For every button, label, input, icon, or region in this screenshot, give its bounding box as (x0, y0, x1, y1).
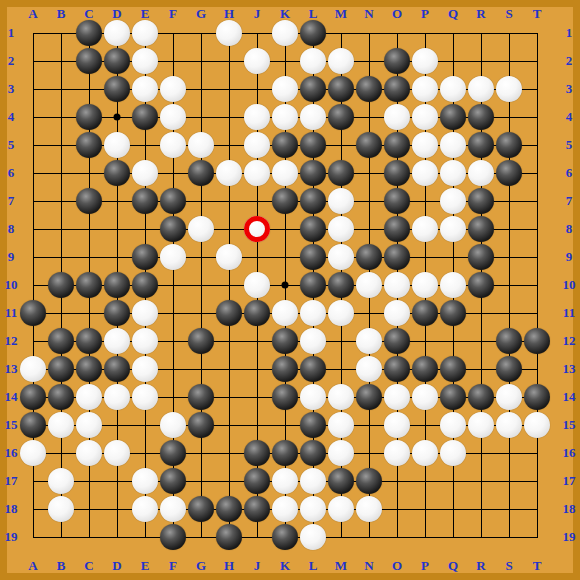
white-stone[interactable] (244, 272, 270, 298)
white-stone[interactable] (412, 272, 438, 298)
column-label-bottom: B (57, 559, 66, 573)
black-stone[interactable] (272, 132, 298, 158)
white-stone[interactable] (160, 496, 186, 522)
column-label-top: S (505, 7, 512, 21)
row-label-right: 19 (563, 530, 576, 544)
black-stone[interactable] (384, 244, 410, 270)
column-label-top: J (254, 7, 261, 21)
row-label-right: 14 (563, 390, 576, 404)
white-stone[interactable] (468, 76, 494, 102)
white-stone[interactable] (300, 104, 326, 130)
black-stone[interactable] (384, 216, 410, 242)
white-stone[interactable] (132, 384, 158, 410)
black-stone[interactable] (48, 328, 74, 354)
black-stone[interactable] (272, 328, 298, 354)
column-label-top: F (169, 7, 177, 21)
row-label-left: 1 (8, 26, 15, 40)
black-stone[interactable] (76, 188, 102, 214)
black-stone[interactable] (76, 356, 102, 382)
row-label-left: 5 (8, 138, 15, 152)
column-label-top: A (28, 7, 37, 21)
row-label-right: 3 (566, 82, 573, 96)
white-stone[interactable] (440, 216, 466, 242)
column-label-bottom: E (141, 559, 150, 573)
column-label-bottom: O (392, 559, 402, 573)
white-stone[interactable] (188, 216, 214, 242)
white-stone[interactable] (188, 132, 214, 158)
row-label-left: 14 (5, 390, 18, 404)
white-stone[interactable] (440, 412, 466, 438)
white-stone[interactable] (300, 384, 326, 410)
white-stone[interactable] (300, 468, 326, 494)
black-stone[interactable] (188, 384, 214, 410)
black-stone[interactable] (132, 104, 158, 130)
white-stone[interactable] (524, 412, 550, 438)
black-stone[interactable] (496, 160, 522, 186)
black-stone[interactable] (468, 216, 494, 242)
black-stone[interactable] (356, 76, 382, 102)
black-stone[interactable] (104, 76, 130, 102)
white-stone[interactable] (356, 496, 382, 522)
white-stone[interactable] (384, 384, 410, 410)
white-stone[interactable] (412, 76, 438, 102)
white-stone[interactable] (48, 496, 74, 522)
white-stone[interactable] (160, 244, 186, 270)
column-label-bottom: Q (448, 559, 458, 573)
black-stone[interactable] (440, 384, 466, 410)
go-board[interactable]: AABBCCDDEEFFGGHHJJKKLLMMNNOOPPQQRRSSTT11… (0, 0, 580, 580)
column-label-bottom: P (421, 559, 429, 573)
black-stone[interactable] (328, 76, 354, 102)
white-stone[interactable] (496, 76, 522, 102)
black-stone[interactable] (440, 104, 466, 130)
black-stone[interactable] (524, 384, 550, 410)
black-stone[interactable] (328, 272, 354, 298)
column-label-top: E (141, 7, 150, 21)
white-stone[interactable] (356, 272, 382, 298)
black-stone[interactable] (244, 300, 270, 326)
white-stone[interactable] (272, 300, 298, 326)
white-stone[interactable] (272, 496, 298, 522)
white-stone[interactable] (440, 272, 466, 298)
black-stone[interactable] (216, 524, 242, 550)
white-stone[interactable] (132, 328, 158, 354)
column-label-top: T (533, 7, 542, 21)
row-label-right: 16 (563, 446, 576, 460)
black-stone[interactable] (468, 272, 494, 298)
black-stone[interactable] (20, 300, 46, 326)
white-stone[interactable] (328, 216, 354, 242)
white-stone[interactable] (132, 356, 158, 382)
white-stone[interactable] (272, 20, 298, 46)
white-stone[interactable] (76, 384, 102, 410)
column-label-bottom: A (28, 559, 37, 573)
white-stone[interactable] (328, 440, 354, 466)
black-stone[interactable] (356, 384, 382, 410)
white-stone[interactable] (328, 300, 354, 326)
black-stone[interactable] (384, 160, 410, 186)
white-stone[interactable] (132, 20, 158, 46)
row-label-left: 15 (5, 418, 18, 432)
row-label-right: 13 (563, 362, 576, 376)
white-stone[interactable] (48, 412, 74, 438)
black-stone[interactable] (384, 76, 410, 102)
black-stone[interactable] (160, 440, 186, 466)
white-stone[interactable] (300, 496, 326, 522)
black-stone[interactable] (244, 496, 270, 522)
white-stone[interactable] (76, 412, 102, 438)
white-stone[interactable] (496, 384, 522, 410)
black-stone[interactable] (328, 160, 354, 186)
white-stone[interactable] (132, 160, 158, 186)
white-stone[interactable] (356, 356, 382, 382)
black-stone[interactable] (272, 524, 298, 550)
black-stone[interactable] (356, 132, 382, 158)
column-label-top: P (421, 7, 429, 21)
black-stone[interactable] (412, 300, 438, 326)
black-stone[interactable] (76, 48, 102, 74)
black-stone[interactable] (468, 244, 494, 270)
white-stone[interactable] (48, 468, 74, 494)
row-label-left: 16 (5, 446, 18, 460)
white-stone[interactable] (244, 48, 270, 74)
black-stone[interactable] (468, 132, 494, 158)
white-stone[interactable] (132, 48, 158, 74)
star-point (114, 114, 121, 121)
row-label-right: 6 (566, 166, 573, 180)
white-stone[interactable] (132, 468, 158, 494)
black-stone[interactable] (76, 272, 102, 298)
white-stone[interactable] (160, 76, 186, 102)
white-stone[interactable] (300, 300, 326, 326)
white-stone[interactable] (300, 48, 326, 74)
row-label-right: 15 (563, 418, 576, 432)
black-stone[interactable] (440, 356, 466, 382)
white-stone[interactable] (76, 440, 102, 466)
black-stone[interactable] (328, 468, 354, 494)
black-stone[interactable] (300, 188, 326, 214)
black-stone[interactable] (300, 216, 326, 242)
black-stone[interactable] (76, 20, 102, 46)
black-stone[interactable] (188, 412, 214, 438)
column-label-bottom: F (169, 559, 177, 573)
column-label-top: M (335, 7, 347, 21)
black-stone[interactable] (496, 356, 522, 382)
black-stone[interactable] (300, 76, 326, 102)
black-stone[interactable] (356, 468, 382, 494)
black-stone[interactable] (188, 328, 214, 354)
white-stone[interactable] (160, 412, 186, 438)
black-stone[interactable] (160, 188, 186, 214)
white-stone[interactable] (244, 132, 270, 158)
column-label-top: O (392, 7, 402, 21)
white-stone[interactable] (300, 328, 326, 354)
row-label-left: 17 (5, 474, 18, 488)
black-stone[interactable] (384, 48, 410, 74)
black-stone[interactable] (468, 104, 494, 130)
white-stone[interactable] (412, 384, 438, 410)
white-stone[interactable] (412, 160, 438, 186)
column-label-bottom: C (84, 559, 93, 573)
white-stone[interactable] (384, 300, 410, 326)
black-stone[interactable] (132, 272, 158, 298)
black-stone[interactable] (132, 244, 158, 270)
black-stone[interactable] (272, 188, 298, 214)
white-stone[interactable] (412, 216, 438, 242)
black-stone[interactable] (20, 384, 46, 410)
column-label-top: H (224, 7, 234, 21)
black-stone[interactable] (300, 272, 326, 298)
row-label-left: 7 (8, 194, 15, 208)
black-stone[interactable] (244, 468, 270, 494)
white-stone[interactable] (160, 104, 186, 130)
row-label-left: 19 (5, 530, 18, 544)
row-label-right: 17 (563, 474, 576, 488)
black-stone[interactable] (496, 328, 522, 354)
white-stone[interactable] (216, 20, 242, 46)
white-stone[interactable] (104, 440, 130, 466)
row-label-right: 18 (563, 502, 576, 516)
black-stone[interactable] (300, 412, 326, 438)
black-stone[interactable] (160, 216, 186, 242)
white-stone[interactable] (104, 384, 130, 410)
row-label-left: 3 (8, 82, 15, 96)
white-stone[interactable] (104, 132, 130, 158)
black-stone[interactable] (524, 328, 550, 354)
white-stone[interactable] (356, 328, 382, 354)
white-stone[interactable] (496, 412, 522, 438)
row-label-left: 4 (8, 110, 15, 124)
black-stone[interactable] (188, 496, 214, 522)
column-label-bottom: K (280, 559, 290, 573)
white-stone[interactable] (104, 328, 130, 354)
black-stone[interactable] (300, 160, 326, 186)
white-stone[interactable] (20, 440, 46, 466)
black-stone[interactable] (76, 132, 102, 158)
black-stone[interactable] (300, 244, 326, 270)
white-stone[interactable] (412, 104, 438, 130)
column-label-top: K (280, 7, 290, 21)
black-stone[interactable] (244, 440, 270, 466)
black-stone[interactable] (384, 328, 410, 354)
white-stone[interactable] (412, 440, 438, 466)
white-stone[interactable] (272, 104, 298, 130)
white-stone[interactable] (300, 524, 326, 550)
black-stone[interactable] (104, 160, 130, 186)
white-stone[interactable] (328, 412, 354, 438)
column-label-bottom: L (309, 559, 318, 573)
row-label-right: 10 (563, 278, 576, 292)
column-label-bottom: T (533, 559, 542, 573)
black-stone[interactable] (104, 300, 130, 326)
black-stone[interactable] (48, 356, 74, 382)
row-label-right: 8 (566, 222, 573, 236)
white-stone[interactable] (468, 412, 494, 438)
black-stone[interactable] (272, 440, 298, 466)
black-stone[interactable] (300, 356, 326, 382)
row-label-left: 9 (8, 250, 15, 264)
column-label-bottom: N (364, 559, 373, 573)
black-stone[interactable] (272, 384, 298, 410)
row-label-right: 11 (563, 306, 575, 320)
column-label-bottom: H (224, 559, 234, 573)
white-stone[interactable] (244, 104, 270, 130)
column-label-bottom: M (335, 559, 347, 573)
black-stone[interactable] (328, 104, 354, 130)
white-stone[interactable] (272, 468, 298, 494)
black-stone[interactable] (300, 132, 326, 158)
black-stone[interactable] (440, 300, 466, 326)
column-label-top: L (309, 7, 318, 21)
column-label-bottom: R (476, 559, 485, 573)
black-stone[interactable] (76, 328, 102, 354)
column-label-top: R (476, 7, 485, 21)
white-stone[interactable] (244, 160, 270, 186)
white-stone[interactable] (384, 412, 410, 438)
white-stone[interactable] (412, 48, 438, 74)
black-stone[interactable] (384, 356, 410, 382)
white-stone[interactable] (328, 48, 354, 74)
white-stone[interactable] (328, 244, 354, 270)
column-label-top: B (57, 7, 66, 21)
black-stone[interactable] (188, 160, 214, 186)
row-label-left: 8 (8, 222, 15, 236)
white-stone[interactable] (440, 76, 466, 102)
white-stone[interactable] (328, 384, 354, 410)
black-stone[interactable] (48, 272, 74, 298)
white-stone[interactable] (132, 300, 158, 326)
black-stone[interactable] (216, 496, 242, 522)
black-stone[interactable] (104, 48, 130, 74)
white-stone[interactable] (328, 188, 354, 214)
row-label-left: 13 (5, 362, 18, 376)
column-label-top: D (112, 7, 121, 21)
black-stone[interactable] (20, 412, 46, 438)
column-label-top: N (364, 7, 373, 21)
white-stone[interactable] (272, 76, 298, 102)
white-stone[interactable] (216, 160, 242, 186)
row-label-left: 12 (5, 334, 18, 348)
black-stone[interactable] (468, 188, 494, 214)
black-stone[interactable] (76, 104, 102, 130)
white-stone[interactable] (160, 132, 186, 158)
white-stone[interactable] (412, 132, 438, 158)
row-label-left: 18 (5, 502, 18, 516)
black-stone[interactable] (160, 468, 186, 494)
row-label-left: 2 (8, 54, 15, 68)
column-label-top: C (84, 7, 93, 21)
row-label-right: 1 (566, 26, 573, 40)
row-label-left: 6 (8, 166, 15, 180)
white-stone[interactable] (440, 132, 466, 158)
column-label-bottom: S (505, 559, 512, 573)
white-stone[interactable] (440, 188, 466, 214)
column-label-bottom: G (196, 559, 206, 573)
black-stone[interactable] (104, 356, 130, 382)
column-label-top: G (196, 7, 206, 21)
white-stone[interactable] (272, 160, 298, 186)
row-label-right: 4 (566, 110, 573, 124)
row-label-left: 10 (5, 278, 18, 292)
row-label-right: 7 (566, 194, 573, 208)
white-stone[interactable] (384, 440, 410, 466)
white-stone[interactable] (132, 76, 158, 102)
black-stone[interactable] (300, 20, 326, 46)
black-stone[interactable] (104, 272, 130, 298)
white-stone[interactable] (440, 160, 466, 186)
black-stone[interactable] (496, 132, 522, 158)
row-label-right: 2 (566, 54, 573, 68)
column-label-bottom: J (254, 559, 261, 573)
white-stone[interactable] (104, 20, 130, 46)
black-stone[interactable] (160, 524, 186, 550)
white-stone[interactable] (132, 496, 158, 522)
white-stone[interactable] (20, 356, 46, 382)
star-point (282, 282, 289, 289)
black-stone[interactable] (48, 384, 74, 410)
black-stone[interactable] (412, 356, 438, 382)
black-stone[interactable] (132, 188, 158, 214)
white-stone[interactable] (468, 160, 494, 186)
white-stone[interactable] (440, 440, 466, 466)
black-stone[interactable] (300, 440, 326, 466)
black-stone[interactable] (356, 244, 382, 270)
last-move-marker (244, 216, 270, 242)
black-stone[interactable] (272, 356, 298, 382)
row-label-right: 12 (563, 334, 576, 348)
white-stone[interactable] (216, 244, 242, 270)
white-stone[interactable] (328, 496, 354, 522)
row-label-right: 5 (566, 138, 573, 152)
black-stone[interactable] (468, 384, 494, 410)
black-stone[interactable] (384, 188, 410, 214)
white-stone[interactable] (384, 104, 410, 130)
row-label-right: 9 (566, 250, 573, 264)
black-stone[interactable] (216, 300, 242, 326)
white-stone[interactable] (384, 272, 410, 298)
column-label-bottom: D (112, 559, 121, 573)
black-stone[interactable] (384, 132, 410, 158)
row-label-left: 11 (5, 306, 17, 320)
column-label-top: Q (448, 7, 458, 21)
